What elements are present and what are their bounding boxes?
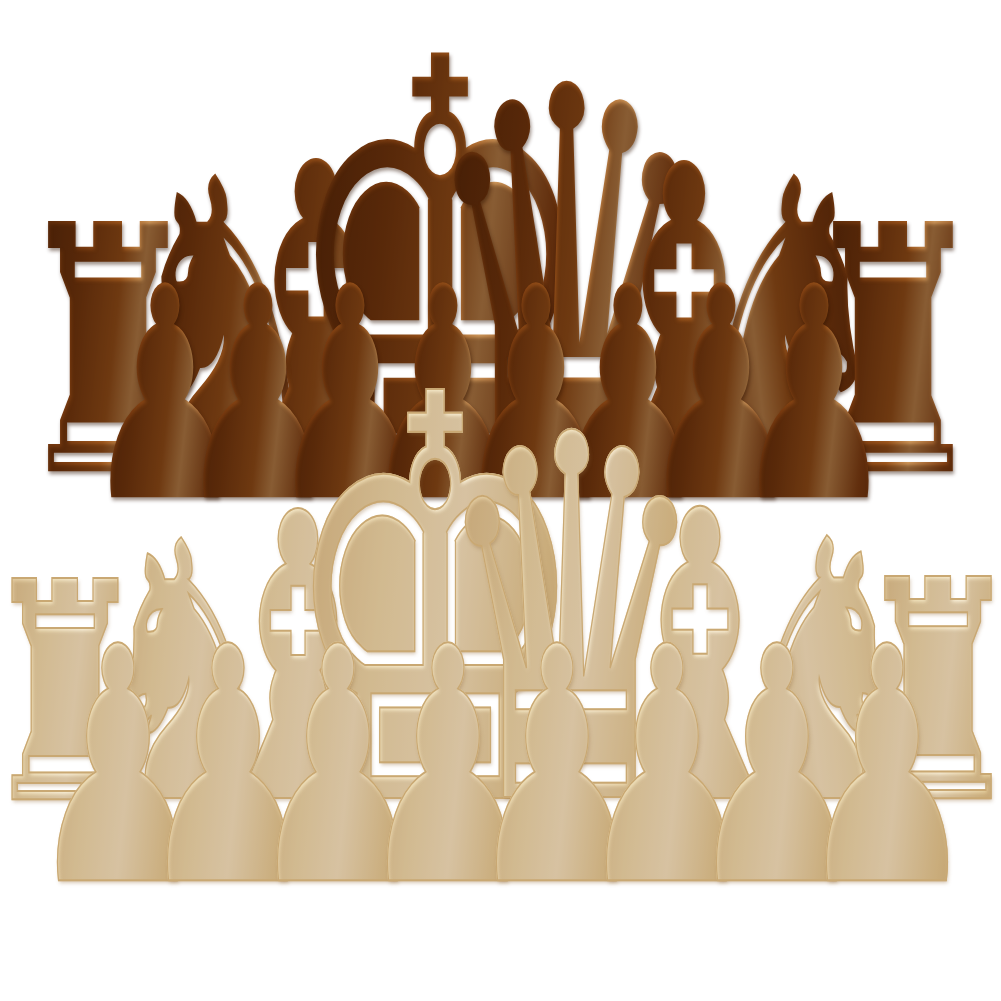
light-pawn-8: ♟ bbox=[796, 605, 977, 931]
chess-pieces-product-photo: ♜♞♝♚♛♝♞♜ ♟♟♟♟♟♟♟♟ ♜♞♝♚♛♝♞♜ ♟♟♟♟♟♟♟♟ bbox=[0, 0, 1001, 1001]
light-set-pawn-row: ♟♟♟♟♟♟♟♟ bbox=[0, 0, 1001, 1001]
